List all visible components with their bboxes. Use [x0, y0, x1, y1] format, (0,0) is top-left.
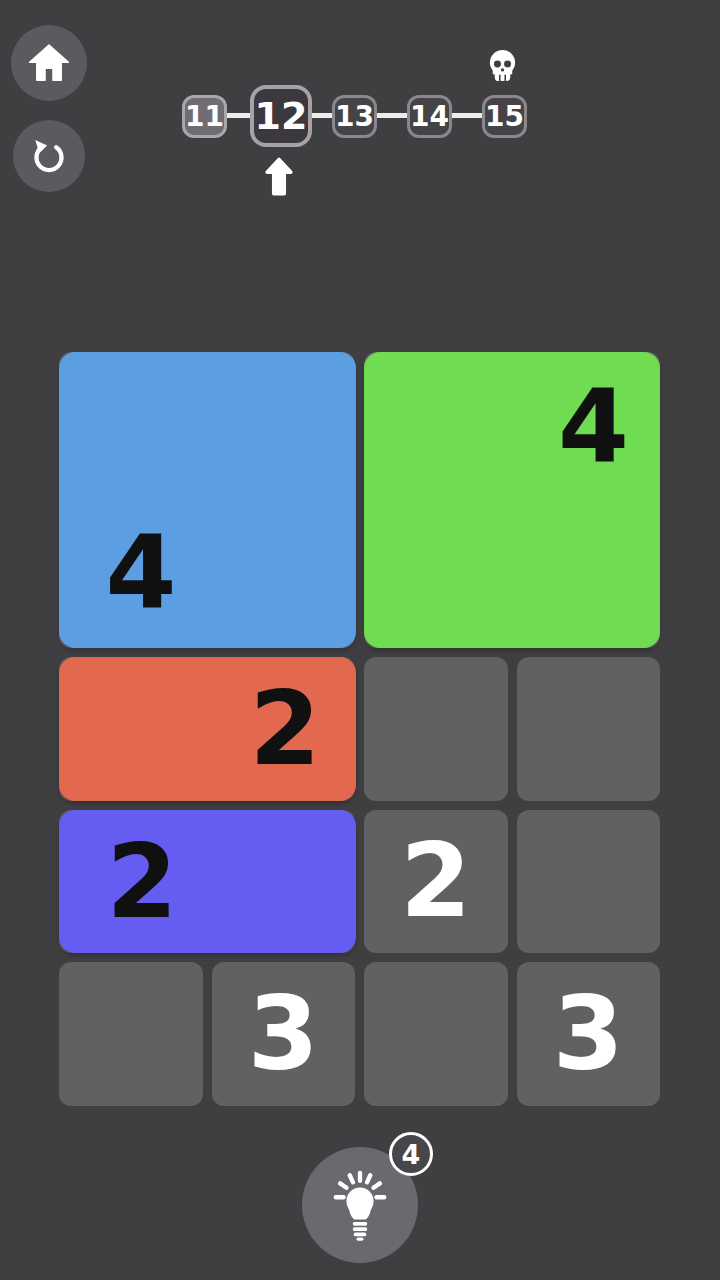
target-number: 3 — [248, 983, 319, 1085]
block-number: 4 — [106, 522, 177, 624]
hint-count: 4 — [402, 1141, 421, 1168]
board-cell — [517, 810, 661, 954]
skull-icon — [486, 48, 519, 85]
level-node-13: 13 — [332, 95, 377, 138]
block-number: 2 — [250, 678, 321, 780]
block-green[interactable]: 4 — [364, 352, 661, 648]
current-level-up-arrow-icon — [263, 155, 295, 199]
restart-button[interactable] — [13, 120, 85, 192]
lightbulb-icon — [329, 1168, 391, 1242]
restart-icon — [24, 131, 74, 181]
board-cell — [517, 657, 661, 801]
board-cell-target: 3 — [517, 962, 661, 1106]
block-red[interactable]: 2 — [59, 657, 356, 801]
target-number: 2 — [400, 830, 471, 932]
level-node-11: 11 — [182, 95, 227, 138]
level-node-label: 11 — [185, 103, 224, 131]
board-cell — [364, 657, 508, 801]
board-cell-target: 3 — [212, 962, 356, 1106]
level-connector — [449, 113, 485, 118]
level-node-14: 14 — [407, 95, 452, 138]
block-number: 2 — [107, 831, 178, 933]
level-node-label: 12 — [255, 97, 308, 135]
level-node-label: 15 — [485, 103, 524, 131]
level-node-12-current: 12 — [250, 85, 312, 147]
block-blue[interactable]: 4 — [59, 352, 356, 648]
hint-count-badge: 4 — [389, 1132, 433, 1176]
level-node-label: 14 — [410, 103, 449, 131]
level-node-label: 13 — [335, 103, 374, 131]
block-purple[interactable]: 2 — [59, 810, 356, 954]
board-cell — [364, 962, 508, 1106]
board-cell-target: 2 — [364, 810, 508, 954]
home-icon — [26, 40, 72, 86]
home-button[interactable] — [11, 25, 87, 101]
level-node-15: 15 — [482, 95, 527, 138]
game-board: 2 3 3 4 4 2 2 — [59, 352, 660, 1106]
board-cell — [59, 962, 203, 1106]
block-number: 4 — [558, 376, 629, 478]
level-connector — [374, 113, 410, 118]
target-number: 3 — [553, 983, 624, 1085]
